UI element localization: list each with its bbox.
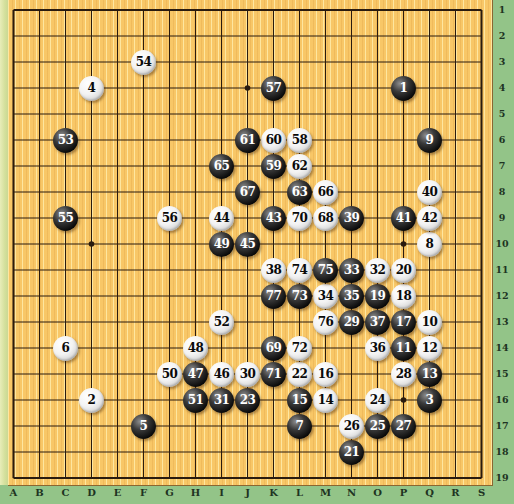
col-label-I: I: [209, 487, 235, 498]
stone-black-53: 53: [53, 128, 78, 153]
stone-number: 19: [370, 290, 386, 302]
row-label-8: 8: [492, 186, 512, 198]
col-label-L: L: [287, 487, 313, 498]
stone-number: 71: [266, 368, 282, 380]
stone-number: 23: [240, 394, 256, 406]
stone-black-39: 39: [339, 206, 364, 231]
row-label-16: 16: [492, 394, 512, 406]
stone-white-8: 8: [417, 232, 442, 257]
stone-number: 34: [318, 290, 334, 302]
stone-black-23: 23: [235, 388, 260, 413]
stone-number: 4: [88, 82, 96, 94]
stone-white-50: 50: [157, 362, 182, 387]
row-label-1: 1: [492, 4, 512, 16]
stone-black-57: 57: [261, 76, 286, 101]
stone-number: 11: [396, 342, 412, 354]
stone-white-34: 34: [313, 284, 338, 309]
stone-number: 58: [292, 134, 308, 146]
stone-number: 43: [266, 212, 282, 224]
stone-white-24: 24: [365, 388, 390, 413]
stone-black-71: 71: [261, 362, 286, 387]
stone-number: 38: [266, 264, 282, 276]
stone-black-5: 5: [131, 414, 156, 439]
stone-number: 59: [266, 160, 282, 172]
stone-black-27: 27: [391, 414, 416, 439]
stone-number: 28: [396, 368, 412, 380]
stone-number: 70: [292, 212, 308, 224]
stone-number: 35: [344, 290, 360, 302]
row-label-10: 10: [492, 238, 512, 250]
col-label-R: R: [443, 487, 469, 498]
stone-white-20: 20: [391, 258, 416, 283]
stone-number: 31: [214, 394, 230, 406]
stone-number: 20: [396, 264, 412, 276]
stone-number: 24: [370, 394, 386, 406]
stone-number: 22: [292, 368, 308, 380]
stone-black-41: 41: [391, 206, 416, 231]
stone-number: 15: [292, 394, 308, 406]
stone-black-21: 21: [339, 440, 364, 465]
stone-number: 44: [214, 212, 230, 224]
stone-number: 46: [214, 368, 230, 380]
row-label-18: 18: [492, 446, 512, 458]
stone-white-40: 40: [417, 180, 442, 205]
stone-black-47: 47: [183, 362, 208, 387]
row-label-17: 17: [492, 420, 512, 432]
col-label-D: D: [79, 487, 105, 498]
stone-white-68: 68: [313, 206, 338, 231]
col-label-C: C: [53, 487, 79, 498]
stone-black-7: 7: [287, 414, 312, 439]
col-label-Q: Q: [417, 487, 443, 498]
col-label-G: G: [157, 487, 183, 498]
stone-number: 6: [62, 342, 70, 354]
stone-white-76: 76: [313, 310, 338, 335]
stone-black-3: 3: [417, 388, 442, 413]
stone-white-74: 74: [287, 258, 312, 283]
stone-number: 51: [188, 394, 204, 406]
stone-number: 54: [136, 56, 152, 68]
stone-black-9: 9: [417, 128, 442, 153]
col-label-S: S: [469, 487, 495, 498]
stone-white-32: 32: [365, 258, 390, 283]
stone-white-18: 18: [391, 284, 416, 309]
stone-number: 61: [240, 134, 256, 146]
stones-layer: 1234567891011121314151617181920212223242…: [1, 0, 495, 491]
stone-black-59: 59: [261, 154, 286, 179]
col-label-H: H: [183, 487, 209, 498]
stone-number: 17: [396, 316, 412, 328]
stone-number: 33: [344, 264, 360, 276]
stone-black-55: 55: [53, 206, 78, 231]
stone-white-42: 42: [417, 206, 442, 231]
stone-white-56: 56: [157, 206, 182, 231]
stone-white-70: 70: [287, 206, 312, 231]
stone-white-62: 62: [287, 154, 312, 179]
stone-black-25: 25: [365, 414, 390, 439]
row-label-6: 6: [492, 134, 512, 146]
stone-black-77: 77: [261, 284, 286, 309]
stone-black-33: 33: [339, 258, 364, 283]
col-label-A: A: [1, 487, 27, 498]
stone-black-45: 45: [235, 232, 260, 257]
stone-white-72: 72: [287, 336, 312, 361]
stone-number: 73: [292, 290, 308, 302]
stone-number: 67: [240, 186, 256, 198]
column-coordinate-labels: ABCDEFGHIJKLMNOPQRS: [0, 485, 514, 504]
stone-black-73: 73: [287, 284, 312, 309]
col-label-E: E: [105, 487, 131, 498]
col-label-O: O: [365, 487, 391, 498]
stone-white-2: 2: [79, 388, 104, 413]
stone-number: 3: [426, 394, 434, 406]
stone-number: 10: [422, 316, 438, 328]
row-label-12: 12: [492, 290, 512, 302]
stone-number: 5: [140, 420, 148, 432]
stone-number: 77: [266, 290, 282, 302]
stone-black-75: 75: [313, 258, 338, 283]
stone-black-29: 29: [339, 310, 364, 335]
stone-black-51: 51: [183, 388, 208, 413]
row-coordinate-labels: 12345678910111213141516171819: [492, 0, 514, 504]
stone-number: 45: [240, 238, 256, 250]
stone-number: 40: [422, 186, 438, 198]
stone-number: 13: [422, 368, 438, 380]
stone-black-17: 17: [391, 310, 416, 335]
stone-white-30: 30: [235, 362, 260, 387]
stone-number: 60: [266, 134, 282, 146]
go-board[interactable]: 1234567891011121314151617181920212223242…: [8, 0, 493, 486]
col-label-J: J: [235, 487, 261, 498]
stone-number: 65: [214, 160, 230, 172]
stone-number: 75: [318, 264, 334, 276]
col-label-F: F: [131, 487, 157, 498]
row-label-15: 15: [492, 368, 512, 380]
stone-white-10: 10: [417, 310, 442, 335]
stone-number: 52: [214, 316, 230, 328]
col-label-P: P: [391, 487, 417, 498]
col-label-B: B: [27, 487, 53, 498]
col-label-M: M: [313, 487, 339, 498]
stone-number: 76: [318, 316, 334, 328]
stone-black-35: 35: [339, 284, 364, 309]
stone-number: 18: [396, 290, 412, 302]
stone-number: 9: [426, 134, 434, 146]
stone-black-61: 61: [235, 128, 260, 153]
stone-number: 29: [344, 316, 360, 328]
stone-number: 42: [422, 212, 438, 224]
stone-black-49: 49: [209, 232, 234, 257]
stone-number: 41: [396, 212, 412, 224]
stone-white-36: 36: [365, 336, 390, 361]
stone-number: 30: [240, 368, 256, 380]
stone-number: 48: [188, 342, 204, 354]
stone-number: 25: [370, 420, 386, 432]
stone-black-31: 31: [209, 388, 234, 413]
stone-number: 72: [292, 342, 308, 354]
stone-white-52: 52: [209, 310, 234, 335]
stone-white-54: 54: [131, 50, 156, 75]
stone-number: 55: [58, 212, 74, 224]
stone-white-14: 14: [313, 388, 338, 413]
row-label-11: 11: [492, 264, 512, 276]
stone-number: 39: [344, 212, 360, 224]
stone-black-13: 13: [417, 362, 442, 387]
stone-white-46: 46: [209, 362, 234, 387]
stone-white-44: 44: [209, 206, 234, 231]
stone-white-12: 12: [417, 336, 442, 361]
stone-black-11: 11: [391, 336, 416, 361]
row-label-9: 9: [492, 212, 512, 224]
stone-number: 37: [370, 316, 386, 328]
row-label-3: 3: [492, 56, 512, 68]
row-label-2: 2: [492, 30, 512, 42]
stone-number: 66: [318, 186, 334, 198]
stone-number: 7: [296, 420, 304, 432]
stone-black-43: 43: [261, 206, 286, 231]
stone-white-66: 66: [313, 180, 338, 205]
stone-white-48: 48: [183, 336, 208, 361]
stone-white-26: 26: [339, 414, 364, 439]
stone-number: 2: [88, 394, 96, 406]
stone-white-22: 22: [287, 362, 312, 387]
stone-number: 68: [318, 212, 334, 224]
row-label-4: 4: [492, 82, 512, 94]
stone-black-65: 65: [209, 154, 234, 179]
stone-number: 50: [162, 368, 178, 380]
stone-black-63: 63: [287, 180, 312, 205]
stone-number: 57: [266, 82, 282, 94]
stone-white-6: 6: [53, 336, 78, 361]
stone-black-37: 37: [365, 310, 390, 335]
stone-white-16: 16: [313, 362, 338, 387]
stone-number: 63: [292, 186, 308, 198]
stone-number: 16: [318, 368, 334, 380]
stone-number: 26: [344, 420, 360, 432]
stone-white-4: 4: [79, 76, 104, 101]
row-label-13: 13: [492, 316, 512, 328]
stone-number: 47: [188, 368, 204, 380]
row-label-7: 7: [492, 160, 512, 172]
stone-number: 1: [400, 82, 408, 94]
col-label-K: K: [261, 487, 287, 498]
stone-black-15: 15: [287, 388, 312, 413]
stone-black-69: 69: [261, 336, 286, 361]
stone-number: 49: [214, 238, 230, 250]
stone-number: 32: [370, 264, 386, 276]
stone-white-28: 28: [391, 362, 416, 387]
col-label-N: N: [339, 487, 365, 498]
stone-number: 14: [318, 394, 334, 406]
row-label-19: 19: [492, 472, 512, 484]
stone-number: 12: [422, 342, 438, 354]
stone-number: 62: [292, 160, 308, 172]
stone-black-67: 67: [235, 180, 260, 205]
stone-number: 56: [162, 212, 178, 224]
stone-number: 21: [344, 446, 360, 458]
stone-white-38: 38: [261, 258, 286, 283]
stone-white-60: 60: [261, 128, 286, 153]
row-label-5: 5: [492, 108, 512, 120]
stone-black-1: 1: [391, 76, 416, 101]
stone-number: 69: [266, 342, 282, 354]
go-diagram: 1234567891011121314151617181920212223242…: [0, 0, 514, 504]
stone-number: 8: [426, 238, 434, 250]
stone-white-58: 58: [287, 128, 312, 153]
row-label-14: 14: [492, 342, 512, 354]
stone-number: 27: [396, 420, 412, 432]
stone-number: 74: [292, 264, 308, 276]
stone-number: 36: [370, 342, 386, 354]
stone-black-19: 19: [365, 284, 390, 309]
stone-number: 53: [58, 134, 74, 146]
